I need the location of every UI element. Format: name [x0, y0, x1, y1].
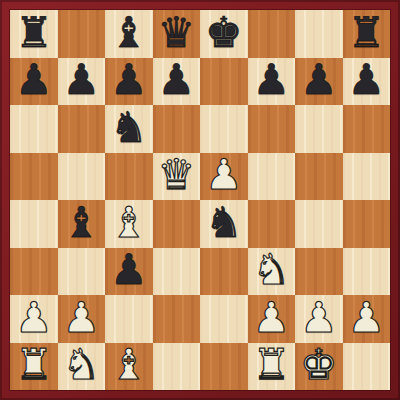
square-f3[interactable]: ♞ — [248, 248, 296, 296]
square-h3[interactable] — [343, 248, 391, 296]
black-queen[interactable]: ♛ — [157, 12, 195, 54]
square-c4[interactable]: ♝ — [105, 200, 153, 248]
square-g2[interactable]: ♟ — [295, 295, 343, 343]
square-g3[interactable] — [295, 248, 343, 296]
square-f6[interactable] — [248, 105, 296, 153]
white-pawn[interactable]: ♟ — [205, 154, 243, 196]
square-a1[interactable]: ♜ — [10, 343, 58, 391]
square-a3[interactable] — [10, 248, 58, 296]
black-rook[interactable]: ♜ — [347, 12, 385, 54]
square-c1[interactable]: ♝ — [105, 343, 153, 391]
square-d3[interactable] — [153, 248, 201, 296]
white-knight[interactable]: ♞ — [62, 344, 100, 386]
square-f5[interactable] — [248, 153, 296, 201]
white-queen[interactable]: ♛ — [157, 154, 195, 196]
black-pawn[interactable]: ♟ — [62, 59, 100, 101]
square-a4[interactable] — [10, 200, 58, 248]
black-king[interactable]: ♚ — [205, 12, 243, 54]
white-pawn[interactable]: ♟ — [347, 297, 385, 339]
black-bishop[interactable]: ♝ — [62, 202, 100, 244]
square-d6[interactable] — [153, 105, 201, 153]
square-h1[interactable] — [343, 343, 391, 391]
square-b1[interactable]: ♞ — [58, 343, 106, 391]
square-e1[interactable] — [200, 343, 248, 391]
board-frame: ♜♝♛♚♜♟♟♟♟♟♟♟♞♛♟♝♝♞♟♞♟♟♟♟♟♜♞♝♜♚ — [0, 0, 400, 400]
square-e6[interactable] — [200, 105, 248, 153]
square-d7[interactable]: ♟ — [153, 58, 201, 106]
square-c3[interactable]: ♟ — [105, 248, 153, 296]
white-pawn[interactable]: ♟ — [15, 297, 53, 339]
square-e5[interactable]: ♟ — [200, 153, 248, 201]
square-f8[interactable] — [248, 10, 296, 58]
square-h7[interactable]: ♟ — [343, 58, 391, 106]
black-pawn[interactable]: ♟ — [110, 59, 148, 101]
white-rook[interactable]: ♜ — [15, 344, 53, 386]
square-b3[interactable] — [58, 248, 106, 296]
square-e3[interactable] — [200, 248, 248, 296]
square-b8[interactable] — [58, 10, 106, 58]
black-rook[interactable]: ♜ — [15, 12, 53, 54]
square-b5[interactable] — [58, 153, 106, 201]
square-f1[interactable]: ♜ — [248, 343, 296, 391]
square-c6[interactable]: ♞ — [105, 105, 153, 153]
square-g1[interactable]: ♚ — [295, 343, 343, 391]
black-pawn[interactable]: ♟ — [252, 59, 290, 101]
square-e7[interactable] — [200, 58, 248, 106]
white-pawn[interactable]: ♟ — [62, 297, 100, 339]
square-d5[interactable]: ♛ — [153, 153, 201, 201]
square-f2[interactable]: ♟ — [248, 295, 296, 343]
square-h2[interactable]: ♟ — [343, 295, 391, 343]
black-pawn[interactable]: ♟ — [347, 59, 385, 101]
square-a2[interactable]: ♟ — [10, 295, 58, 343]
square-f7[interactable]: ♟ — [248, 58, 296, 106]
square-b6[interactable] — [58, 105, 106, 153]
white-bishop[interactable]: ♝ — [110, 202, 148, 244]
square-h4[interactable] — [343, 200, 391, 248]
black-knight[interactable]: ♞ — [110, 107, 148, 149]
white-pawn[interactable]: ♟ — [252, 297, 290, 339]
black-pawn[interactable]: ♟ — [300, 59, 338, 101]
square-a8[interactable]: ♜ — [10, 10, 58, 58]
square-b4[interactable]: ♝ — [58, 200, 106, 248]
white-rook[interactable]: ♜ — [252, 344, 290, 386]
black-pawn[interactable]: ♟ — [15, 59, 53, 101]
black-knight[interactable]: ♞ — [205, 202, 243, 244]
square-e8[interactable]: ♚ — [200, 10, 248, 58]
white-bishop[interactable]: ♝ — [110, 344, 148, 386]
square-d2[interactable] — [153, 295, 201, 343]
square-a6[interactable] — [10, 105, 58, 153]
square-c5[interactable] — [105, 153, 153, 201]
square-d1[interactable] — [153, 343, 201, 391]
square-h8[interactable]: ♜ — [343, 10, 391, 58]
square-g4[interactable] — [295, 200, 343, 248]
white-pawn[interactable]: ♟ — [300, 297, 338, 339]
chess-board: ♜♝♛♚♜♟♟♟♟♟♟♟♞♛♟♝♝♞♟♞♟♟♟♟♟♜♞♝♜♚ — [10, 10, 390, 390]
square-g5[interactable] — [295, 153, 343, 201]
square-e4[interactable]: ♞ — [200, 200, 248, 248]
square-h5[interactable] — [343, 153, 391, 201]
square-c7[interactable]: ♟ — [105, 58, 153, 106]
square-c8[interactable]: ♝ — [105, 10, 153, 58]
square-a5[interactable] — [10, 153, 58, 201]
square-d8[interactable]: ♛ — [153, 10, 201, 58]
white-knight[interactable]: ♞ — [252, 249, 290, 291]
square-e2[interactable] — [200, 295, 248, 343]
square-b2[interactable]: ♟ — [58, 295, 106, 343]
square-g7[interactable]: ♟ — [295, 58, 343, 106]
square-h6[interactable] — [343, 105, 391, 153]
black-pawn[interactable]: ♟ — [157, 59, 195, 101]
black-pawn[interactable]: ♟ — [110, 249, 148, 291]
square-a7[interactable]: ♟ — [10, 58, 58, 106]
square-d4[interactable] — [153, 200, 201, 248]
square-g8[interactable] — [295, 10, 343, 58]
square-g6[interactable] — [295, 105, 343, 153]
square-c2[interactable] — [105, 295, 153, 343]
square-b7[interactable]: ♟ — [58, 58, 106, 106]
black-bishop[interactable]: ♝ — [110, 12, 148, 54]
square-f4[interactable] — [248, 200, 296, 248]
white-king[interactable]: ♚ — [300, 344, 338, 386]
